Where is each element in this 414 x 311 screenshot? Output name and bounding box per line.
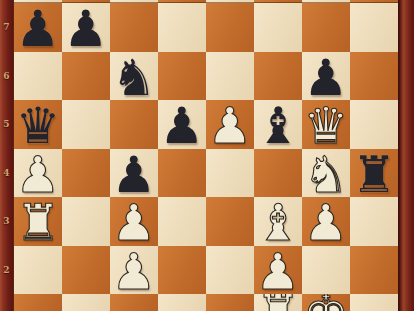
square-c7 <box>110 3 158 52</box>
square-a3: ♜ <box>14 197 62 246</box>
square-a6 <box>14 52 62 101</box>
square-b3 <box>62 197 110 246</box>
square-h4: ♜ <box>350 149 398 198</box>
white-pawn-a4: ♟ <box>16 150 61 200</box>
square-f6 <box>254 52 302 101</box>
square-a5: ♛ <box>14 100 62 149</box>
square-b4 <box>62 149 110 198</box>
square-a4: ♟ <box>14 149 62 198</box>
square-d5: ♟ <box>158 100 206 149</box>
square-e1 <box>206 294 254 311</box>
rank-label-5: 5 <box>0 119 13 129</box>
square-h1 <box>350 294 398 311</box>
square-c1 <box>110 294 158 311</box>
square-h7 <box>350 3 398 52</box>
black-rook-h4: ♜ <box>352 150 397 200</box>
black-queen-a5: ♛ <box>16 101 61 151</box>
rank-label-4: 4 <box>0 168 13 178</box>
rank-label-7: 7 <box>0 22 13 32</box>
square-h6 <box>350 52 398 101</box>
white-pawn-c2: ♟ <box>112 247 157 297</box>
square-d6 <box>158 52 206 101</box>
square-f4 <box>254 149 302 198</box>
rank-label-3: 3 <box>0 216 13 226</box>
square-h5 <box>350 100 398 149</box>
square-c6: ♞ <box>110 52 158 101</box>
square-b5 <box>62 100 110 149</box>
white-rook-f1: ♜ <box>254 294 302 311</box>
black-pawn-a7: ♟ <box>16 4 61 54</box>
rank-label-6: 6 <box>0 71 13 81</box>
square-g1: ♚ <box>302 294 350 311</box>
square-e5: ♟ <box>206 100 254 149</box>
square-g6: ♟ <box>302 52 350 101</box>
square-g2 <box>302 246 350 295</box>
square-c3: ♟ <box>110 197 158 246</box>
black-pawn-b7: ♟ <box>64 4 109 54</box>
square-f7 <box>254 3 302 52</box>
square-g4: ♞ <box>302 149 350 198</box>
square-c5 <box>110 100 158 149</box>
white-knight-g4: ♞ <box>304 150 349 200</box>
square-d2 <box>158 246 206 295</box>
square-g3: ♟ <box>302 197 350 246</box>
square-h2 <box>350 246 398 295</box>
black-bishop-f5: ♝ <box>256 101 301 151</box>
square-f3: ♝ <box>254 197 302 246</box>
black-pawn-g6: ♟ <box>304 53 349 103</box>
black-knight-c6: ♞ <box>112 53 157 103</box>
rank-label-2: 2 <box>0 265 13 275</box>
square-e4 <box>206 149 254 198</box>
square-b7: ♟ <box>62 3 110 52</box>
square-g5: ♛ <box>302 100 350 149</box>
square-g7 <box>302 3 350 52</box>
white-bishop-f3: ♝ <box>256 198 301 248</box>
square-b1 <box>62 294 110 311</box>
white-rook-a3: ♜ <box>16 198 61 248</box>
square-e7 <box>206 3 254 52</box>
square-b6 <box>62 52 110 101</box>
white-pawn-e5: ♟ <box>208 101 253 151</box>
square-f1: ♜ <box>254 294 302 311</box>
square-f5: ♝ <box>254 100 302 149</box>
square-a7: ♟ <box>14 3 62 52</box>
square-d1 <box>158 294 206 311</box>
board-frame-right <box>398 0 414 311</box>
square-d4 <box>158 149 206 198</box>
square-f2: ♟ <box>254 246 302 295</box>
square-c2: ♟ <box>110 246 158 295</box>
white-king-g1: ♚ <box>302 294 350 311</box>
black-pawn-c4: ♟ <box>112 150 157 200</box>
square-h3 <box>350 197 398 246</box>
square-e6 <box>206 52 254 101</box>
board-frame-left: 7 6 5 4 3 2 <box>0 0 14 311</box>
square-e3 <box>206 197 254 246</box>
white-pawn-f2: ♟ <box>256 247 301 297</box>
chess-diagram: 7 6 5 4 3 2 ♟♟♞♟♛♟♟♝♛♟♟♞♜♜♟♝♟♟♟♜♚ <box>0 0 414 311</box>
black-pawn-d5: ♟ <box>160 101 205 151</box>
white-queen-g5: ♛ <box>304 101 349 151</box>
square-b2 <box>62 246 110 295</box>
square-a2 <box>14 246 62 295</box>
white-pawn-g3: ♟ <box>304 198 349 248</box>
chess-board: ♟♟♞♟♛♟♟♝♛♟♟♞♜♜♟♝♟♟♟♜♚ <box>14 0 398 311</box>
square-a1 <box>14 294 62 311</box>
white-pawn-c3: ♟ <box>112 198 157 248</box>
square-e2 <box>206 246 254 295</box>
square-d7 <box>158 3 206 52</box>
square-d3 <box>158 197 206 246</box>
square-c4: ♟ <box>110 149 158 198</box>
